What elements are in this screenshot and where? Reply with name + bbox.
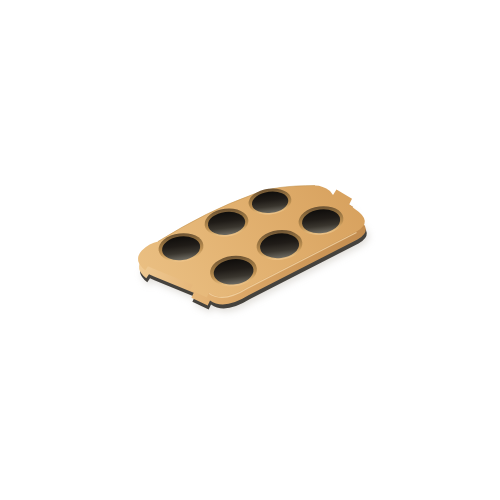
product-photo-tray (0, 0, 500, 500)
product-image-canvas (0, 0, 500, 500)
